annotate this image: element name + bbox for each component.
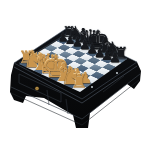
white-knight-icon: ♞ — [61, 65, 82, 88]
piece-black-pawn-b7: ♟ — [65, 34, 76, 46]
black-queen-icon: ♛ — [80, 27, 101, 50]
black-rook-icon: ♜ — [113, 45, 128, 62]
white-king-icon: ♚ — [42, 51, 70, 82]
white-pawn-icon: ♟ — [71, 67, 84, 82]
piece-black-pawn-a7: ♟ — [57, 31, 68, 43]
black-pawn-icon: ♟ — [101, 48, 113, 62]
piece-white-rook-h1: ♜ — [71, 72, 88, 91]
piece-white-knight-b1: ♞ — [24, 49, 43, 70]
black-knight-icon: ♞ — [68, 25, 84, 43]
white-pawn-icon: ♟ — [63, 64, 76, 79]
black-knight-icon: ♞ — [104, 39, 122, 59]
white-bishop-icon: ♝ — [30, 51, 51, 74]
piece-black-queen-d8: ♛ — [80, 27, 101, 50]
white-pawn-icon: ♟ — [41, 54, 54, 68]
black-pawn-icon: ♟ — [86, 42, 98, 55]
black-bishop-icon: ♝ — [74, 27, 92, 47]
piece-black-knight-b8: ♞ — [68, 25, 84, 43]
white-pawn-icon: ♟ — [56, 61, 69, 76]
white-pawn-icon: ♟ — [48, 58, 61, 72]
white-pawn-icon: ♟ — [79, 71, 93, 86]
piece-black-pawn-e7: ♟ — [86, 42, 98, 55]
white-pawn-icon: ♟ — [34, 51, 46, 65]
piece-black-pawn-g7: ♟ — [101, 48, 113, 62]
white-rook-icon: ♜ — [71, 72, 88, 91]
white-bishop-icon: ♝ — [53, 60, 75, 84]
piece-white-pawn-c2: ♟ — [41, 54, 54, 68]
black-pawn-icon: ♟ — [109, 52, 121, 66]
piece-black-knight-g8: ♞ — [104, 39, 122, 59]
piece-black-rook-a8: ♜ — [62, 25, 75, 40]
piece-white-pawn-b2: ♟ — [34, 51, 46, 65]
piece-white-queen-d1: ♛ — [36, 51, 60, 78]
piece-black-king-e8: ♚ — [86, 27, 110, 53]
piece-black-bishop-f8: ♝ — [96, 35, 115, 56]
piece-white-pawn-g2: ♟ — [71, 67, 84, 82]
piece-black-pawn-c7: ♟ — [72, 36, 83, 49]
chess-pieces-layer: ♜♞♝♛♚♝♞♜♟♟♟♟♟♟♟♟♟♟♟♟♟♟♟♟♜♞♝♛♚♝♞♜ — [0, 0, 150, 150]
black-pawn-icon: ♟ — [94, 45, 106, 58]
white-rook-icon: ♜ — [18, 49, 33, 66]
white-pawn-icon: ♟ — [26, 48, 38, 62]
piece-white-pawn-e2: ♟ — [56, 61, 69, 76]
black-pawn-icon: ♟ — [79, 39, 90, 52]
black-pawn-icon: ♟ — [57, 31, 68, 43]
piece-white-pawn-f2: ♟ — [63, 64, 76, 79]
piece-black-rook-h8: ♜ — [113, 45, 128, 62]
piece-black-pawn-d7: ♟ — [79, 39, 90, 52]
chess-set-product-photo: ♜♞♝♛♚♝♞♜♟♟♟♟♟♟♟♟♟♟♟♟♟♟♟♟♜♞♝♛♚♝♞♜ — [0, 0, 150, 150]
piece-white-knight-g1: ♞ — [61, 65, 82, 88]
piece-black-pawn-f7: ♟ — [94, 45, 106, 58]
black-bishop-icon: ♝ — [96, 35, 115, 56]
white-queen-icon: ♛ — [36, 51, 60, 78]
piece-white-pawn-h2: ♟ — [79, 71, 93, 86]
black-pawn-icon: ♟ — [72, 36, 83, 49]
piece-black-pawn-h7: ♟ — [109, 52, 121, 66]
white-knight-icon: ♞ — [24, 49, 43, 70]
piece-black-bishop-c8: ♝ — [74, 27, 92, 47]
piece-white-rook-a1: ♜ — [18, 49, 33, 66]
piece-white-pawn-d2: ♟ — [48, 58, 61, 72]
piece-white-king-e1: ♚ — [42, 51, 70, 82]
black-rook-icon: ♜ — [62, 25, 75, 40]
piece-white-pawn-a2: ♟ — [26, 48, 38, 62]
black-pawn-icon: ♟ — [65, 34, 76, 46]
black-king-icon: ♚ — [86, 27, 110, 53]
piece-white-bishop-c1: ♝ — [30, 51, 51, 74]
piece-white-bishop-f1: ♝ — [53, 60, 75, 84]
